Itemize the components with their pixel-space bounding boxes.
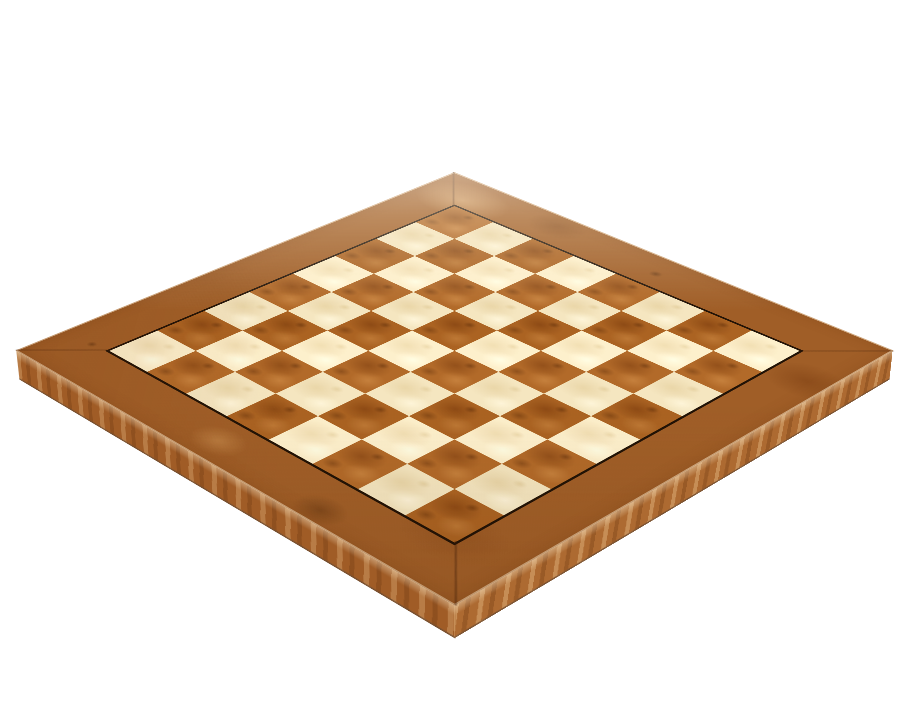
square-e5 — [410, 350, 498, 393]
square-h6 — [501, 439, 596, 488]
square-h7 — [454, 463, 550, 514]
square-g8 — [358, 463, 454, 514]
square-g4 — [543, 371, 632, 415]
square-f4 — [498, 350, 586, 393]
square-f6 — [408, 393, 499, 439]
frame-miter-seam-near — [454, 540, 456, 605]
frame-miter-seam-far — [452, 172, 454, 206]
square-h5 — [547, 415, 640, 463]
square-f7 — [361, 415, 454, 463]
square-e6 — [365, 371, 454, 415]
square-h2 — [674, 350, 762, 393]
board-top-face — [15, 172, 893, 605]
square-c7 — [234, 350, 322, 393]
frame-miter-seam-left — [15, 349, 111, 350]
photo-canvas — [0, 0, 900, 720]
square-g3 — [586, 350, 674, 393]
frame-miter-seam-right — [797, 350, 893, 351]
board-scene — [144, 40, 765, 661]
square-d8 — [226, 393, 317, 439]
square-b8 — [147, 350, 235, 393]
square-e7 — [317, 393, 408, 439]
square-h4 — [591, 393, 682, 439]
square-g7 — [407, 439, 502, 488]
chess-board — [15, 172, 893, 605]
square-g5 — [500, 393, 591, 439]
square-d7 — [275, 371, 364, 415]
square-f5 — [454, 371, 543, 415]
square-g6 — [454, 415, 547, 463]
square-f8 — [312, 439, 407, 488]
square-h8 — [405, 488, 503, 541]
square-c8 — [186, 371, 275, 415]
square-e8 — [269, 415, 362, 463]
square-h3 — [633, 371, 722, 415]
square-d6 — [322, 350, 410, 393]
